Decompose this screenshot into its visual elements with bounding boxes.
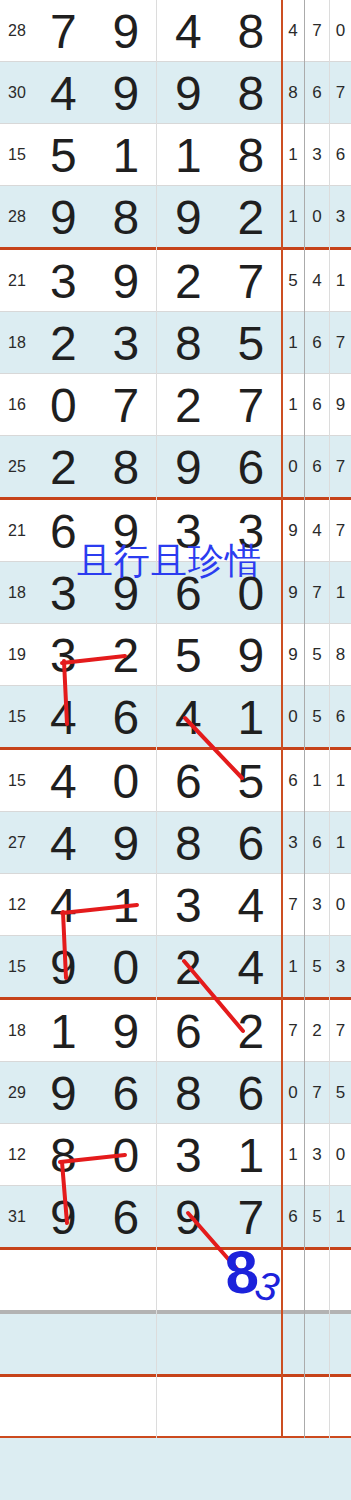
main-digit: 9: [157, 68, 220, 118]
main-digit: 5: [157, 630, 220, 680]
chart-row: 289892103: [0, 186, 351, 250]
main-digit: 7: [220, 380, 283, 430]
main-digit: 8: [157, 818, 220, 868]
side-digit: 7: [330, 84, 351, 101]
main-digit: 8: [220, 68, 283, 118]
main-digit: 4: [32, 880, 95, 930]
row-sum-label: 21: [0, 273, 32, 289]
side-digit: 3: [330, 958, 351, 975]
chart-row: 154641056: [0, 686, 351, 750]
side-digit: 7: [304, 1084, 330, 1101]
row-sum-label: 15: [0, 709, 32, 725]
row-sum-label: 29: [0, 1085, 32, 1101]
side-digit: 7: [330, 458, 351, 475]
main-digit: 9: [95, 1006, 158, 1056]
chart-row: 213927541: [0, 250, 351, 312]
main-digit: 7: [32, 6, 95, 56]
side-digit: 7: [330, 1022, 351, 1039]
main-digit: 4: [32, 692, 95, 742]
main-digit: 4: [220, 942, 283, 992]
empty-row-1: [0, 1250, 351, 1314]
main-digit: 7: [220, 1192, 283, 1242]
side-digit: 3: [304, 146, 330, 163]
side-digit: 1: [304, 772, 330, 789]
side-digit: 5: [282, 272, 304, 289]
side-digit: 0: [330, 1146, 351, 1163]
main-digit: 4: [32, 756, 95, 806]
main-digit: 3: [157, 880, 220, 930]
side-digit: 7: [304, 22, 330, 39]
side-digit: 7: [282, 896, 304, 913]
chart-row: 159024153: [0, 936, 351, 1000]
main-digit: 6: [95, 1192, 158, 1242]
empty-row-4: [0, 1438, 351, 1500]
main-digit: 9: [32, 192, 95, 242]
side-column-divider-1: [304, 0, 305, 1438]
chart-row: 304998867: [0, 62, 351, 124]
row-sum-label: 28: [0, 209, 32, 225]
side-digit: 7: [330, 522, 351, 539]
main-digit: 2: [32, 442, 95, 492]
side-digit: 9: [282, 584, 304, 601]
main-digit: 4: [220, 880, 283, 930]
side-digit: 3: [282, 834, 304, 851]
main-digit: 4: [157, 6, 220, 56]
row-sum-label: 16: [0, 397, 32, 413]
chart-row: 299686075: [0, 1062, 351, 1124]
side-digit: 3: [304, 896, 330, 913]
row-sum-label: 15: [0, 147, 32, 163]
chart-row: 160727169: [0, 374, 351, 436]
main-digit: 1: [32, 1006, 95, 1056]
side-digit: 1: [282, 146, 304, 163]
main-digit: 6: [220, 818, 283, 868]
side-digit: 0: [282, 1084, 304, 1101]
side-digit: 3: [304, 1146, 330, 1163]
side-column-divider-2: [329, 0, 330, 1438]
main-digit: 2: [157, 942, 220, 992]
main-digit: 0: [32, 380, 95, 430]
main-digit: 8: [32, 1130, 95, 1180]
main-digit: 0: [95, 1130, 158, 1180]
side-digit: 1: [330, 272, 351, 289]
row-sum-label: 18: [0, 1023, 32, 1039]
chart-row: 319697651: [0, 1186, 351, 1250]
side-digit: 0: [304, 208, 330, 225]
side-digit: 6: [304, 834, 330, 851]
main-digit: 1: [95, 880, 158, 930]
main-digit: 9: [32, 942, 95, 992]
row-sum-label: 12: [0, 1147, 32, 1163]
side-digit: 7: [330, 334, 351, 351]
row-sum-label: 25: [0, 459, 32, 475]
side-digit: 1: [330, 584, 351, 601]
side-digit: 8: [282, 84, 304, 101]
main-digit: 4: [32, 68, 95, 118]
side-digit: 1: [282, 334, 304, 351]
side-digit: 7: [282, 1022, 304, 1039]
side-digit: 5: [304, 958, 330, 975]
side-digit: 5: [330, 1084, 351, 1101]
main-digit: 1: [220, 692, 283, 742]
chart-row: 154065611: [0, 750, 351, 812]
main-digit: 5: [220, 318, 283, 368]
row-sum-label: 18: [0, 585, 32, 601]
main-digit: 1: [220, 1130, 283, 1180]
main-digit: 3: [32, 256, 95, 306]
main-digit: 9: [157, 192, 220, 242]
center-column-divider: [156, 0, 157, 1438]
side-digit: 4: [282, 22, 304, 39]
side-digit: 9: [282, 522, 304, 539]
main-digit: 5: [32, 130, 95, 180]
side-digit: 1: [282, 208, 304, 225]
side-digit: 6: [330, 708, 351, 725]
main-digit: 2: [32, 318, 95, 368]
side-digit: 6: [304, 334, 330, 351]
row-sum-label: 31: [0, 1209, 32, 1225]
side-digit: 0: [330, 896, 351, 913]
main-digit: 1: [95, 130, 158, 180]
main-digit: 9: [32, 1068, 95, 1118]
watermark-text: 且行且珍惜: [77, 543, 262, 579]
side-digit: 3: [330, 208, 351, 225]
row-sum-label: 30: [0, 85, 32, 101]
main-digit: 8: [157, 318, 220, 368]
main-digit: 4: [157, 692, 220, 742]
row-sum-label: 15: [0, 773, 32, 789]
main-digit: 1: [157, 130, 220, 180]
row-sum-label: 18: [0, 335, 32, 351]
chart-row: 181962727: [0, 1000, 351, 1062]
main-digit: 8: [95, 192, 158, 242]
chart-row: 182385167: [0, 312, 351, 374]
main-digit: 9: [95, 818, 158, 868]
side-digit: 6: [304, 458, 330, 475]
side-digit: 6: [282, 1208, 304, 1225]
main-digit: 7: [220, 256, 283, 306]
main-digit: 9: [95, 68, 158, 118]
orange-column-divider: [281, 0, 283, 1438]
main-digit: 2: [220, 1006, 283, 1056]
main-digit: 6: [157, 1006, 220, 1056]
main-digit: 9: [157, 1192, 220, 1242]
side-digit: 6: [304, 84, 330, 101]
side-digit: 6: [282, 772, 304, 789]
side-digit: 2: [304, 1022, 330, 1039]
side-digit: 1: [330, 772, 351, 789]
side-digit: 5: [304, 1208, 330, 1225]
side-digit: 6: [330, 146, 351, 163]
main-digit: 2: [157, 256, 220, 306]
main-digit: 9: [220, 630, 283, 680]
side-digit: 4: [304, 272, 330, 289]
main-digit: 8: [157, 1068, 220, 1118]
row-sum-label: 15: [0, 959, 32, 975]
chart-row: 287948470: [0, 0, 351, 62]
main-digit: 6: [95, 1068, 158, 1118]
chart-row: 274986361: [0, 812, 351, 874]
main-digit: 3: [95, 318, 158, 368]
number-rows: 2879484703049988671551181362898921032139…: [0, 0, 351, 1250]
side-digit: 1: [282, 1146, 304, 1163]
chart-row: 124134730: [0, 874, 351, 936]
side-digit: 4: [304, 522, 330, 539]
main-digit: 9: [95, 6, 158, 56]
main-digit: 9: [157, 442, 220, 492]
row-sum-label: 12: [0, 897, 32, 913]
main-digit: 9: [95, 256, 158, 306]
main-digit: 8: [220, 6, 283, 56]
side-digit: 1: [330, 834, 351, 851]
empty-row-2: [0, 1314, 351, 1377]
side-digit: 0: [330, 22, 351, 39]
main-digit: 6: [220, 442, 283, 492]
main-digit: 4: [32, 818, 95, 868]
main-digit: 2: [220, 192, 283, 242]
chart-row: 252896067: [0, 436, 351, 500]
main-digit: 9: [32, 1192, 95, 1242]
side-digit: 0: [282, 708, 304, 725]
empty-row-3: [0, 1377, 351, 1438]
main-digit: 0: [95, 942, 158, 992]
main-digit: 8: [220, 130, 283, 180]
side-digit: 5: [304, 708, 330, 725]
main-digit: 6: [157, 756, 220, 806]
side-digit: 9: [282, 646, 304, 663]
main-digit: 8: [95, 442, 158, 492]
chart-row: 128031130: [0, 1124, 351, 1186]
side-digit: 0: [282, 458, 304, 475]
side-digit: 6: [304, 396, 330, 413]
main-digit: 2: [95, 630, 158, 680]
lottery-trend-chart: 2879484703049988671551181362898921032139…: [0, 0, 351, 1500]
side-digit: 8: [330, 646, 351, 663]
main-digit: 2: [157, 380, 220, 430]
row-sum-label: 19: [0, 647, 32, 663]
main-digit: 7: [95, 380, 158, 430]
main-digit: 5: [220, 756, 283, 806]
side-digit: 1: [330, 1208, 351, 1225]
chart-row: 193259958: [0, 624, 351, 686]
main-digit: 0: [95, 756, 158, 806]
main-digit: 3: [32, 630, 95, 680]
side-digit: 1: [282, 958, 304, 975]
row-sum-label: 28: [0, 23, 32, 39]
chart-row: 155118136: [0, 124, 351, 186]
main-digit: 6: [95, 692, 158, 742]
side-digit: 7: [304, 584, 330, 601]
side-digit: 5: [304, 646, 330, 663]
main-digit: 6: [220, 1068, 283, 1118]
main-digit: 3: [157, 1130, 220, 1180]
side-digit: 9: [330, 396, 351, 413]
row-sum-label: 27: [0, 835, 32, 851]
side-digit: 1: [282, 396, 304, 413]
row-sum-label: 21: [0, 523, 32, 539]
